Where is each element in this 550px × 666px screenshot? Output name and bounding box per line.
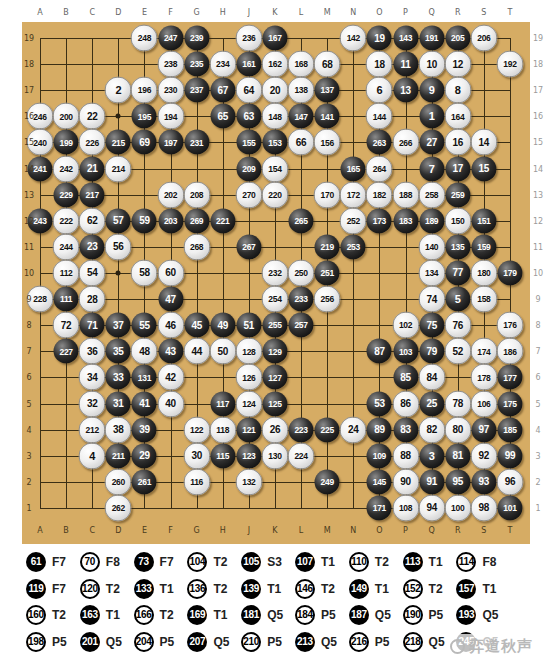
col-label-bottom-J: J — [248, 526, 250, 535]
caption-coord-107: T1 — [321, 555, 335, 569]
caption-stone-193: 193 — [456, 605, 476, 625]
caption-stone-104: 104 — [187, 552, 207, 572]
stone-J13: 270 — [235, 181, 262, 208]
caption-stone-157: 157 — [456, 579, 476, 599]
row-label-left-11: 11 — [24, 242, 34, 251]
caption-move-157: 157T1 — [456, 578, 496, 600]
stone-R16: 164 — [444, 103, 471, 130]
col-label-top-P: P — [403, 8, 408, 17]
stone-O3: 109 — [367, 443, 392, 468]
stone-C7: 36 — [79, 338, 106, 365]
stone-J8: 51 — [236, 313, 261, 338]
stone-R4: 80 — [444, 416, 471, 443]
stone-Q17: 9 — [419, 78, 444, 103]
row-label-right-12: 12 — [533, 216, 543, 225]
caption-coord-204: P5 — [160, 635, 175, 649]
stone-E3: 29 — [132, 443, 157, 468]
stone-M17: 137 — [315, 78, 340, 103]
caption-coord-105: S3 — [267, 555, 282, 569]
caption-move-210: 210P5 — [241, 631, 282, 653]
col-label-top-N: N — [350, 8, 356, 17]
stone-T6: 177 — [497, 365, 522, 390]
caption-move-61: 61F7 — [26, 551, 66, 573]
caption-coord-201: Q5 — [106, 635, 122, 649]
col-label-top-A: A — [37, 8, 42, 17]
stone-C4: 212 — [79, 416, 106, 443]
row-label-right-16: 16 — [533, 112, 543, 121]
stone-L18: 168 — [288, 51, 315, 78]
caption-move-110: 110T2 — [349, 551, 389, 573]
stone-D15: 215 — [106, 130, 131, 155]
stone-E8: 55 — [132, 313, 157, 338]
stone-R15: 16 — [444, 129, 471, 156]
caption-coord-110: T2 — [375, 555, 389, 569]
stone-P15: 266 — [392, 129, 419, 156]
caption-coord-207: Q5 — [213, 635, 229, 649]
caption-move-184: 184P5 — [295, 604, 336, 626]
stone-S14: 15 — [471, 156, 496, 181]
stone-T2: 96 — [496, 468, 523, 495]
caption-stone-160: 160 — [26, 605, 46, 625]
hoshi-point-D16 — [116, 114, 121, 119]
row-label-left-7: 7 — [26, 347, 31, 356]
stone-M15: 156 — [314, 129, 341, 156]
stone-C13: 217 — [80, 182, 105, 207]
caption-coord-181: Q5 — [267, 608, 283, 622]
stone-K8: 255 — [262, 313, 287, 338]
stone-B10: 112 — [53, 259, 80, 286]
stone-T7: 186 — [496, 338, 523, 365]
caption-move-204: 204P5 — [134, 631, 175, 653]
caption-coord-152: T2 — [429, 582, 443, 596]
caption-move-193: 193Q5 — [456, 604, 498, 626]
caption-stone-105: 105 — [241, 552, 261, 572]
row-label-right-18: 18 — [533, 60, 543, 69]
stone-J15: 155 — [236, 130, 261, 155]
stone-R7: 52 — [444, 338, 471, 365]
stone-P2: 90 — [392, 468, 419, 495]
stone-M11: 219 — [315, 234, 340, 259]
stone-R2: 95 — [445, 469, 470, 494]
col-label-bottom-D: D — [115, 526, 121, 535]
stone-H12: 221 — [210, 208, 235, 233]
row-label-right-8: 8 — [535, 321, 540, 330]
stone-P17: 13 — [393, 78, 418, 103]
caption-move-169: 169T1 — [187, 604, 227, 626]
stone-G12: 269 — [184, 208, 209, 233]
row-label-left-4: 4 — [26, 425, 31, 434]
stone-Q1: 94 — [418, 494, 445, 521]
caption-move-107: 107T1 — [295, 551, 335, 573]
stone-P18: 11 — [393, 52, 418, 77]
col-label-top-B: B — [63, 8, 69, 17]
col-label-top-G: G — [194, 8, 200, 17]
col-label-top-C: C — [89, 8, 95, 17]
caption-move-73: 73F7 — [134, 551, 174, 573]
stone-E17: 196 — [131, 77, 158, 104]
col-label-top-H: H — [220, 8, 226, 17]
stone-H16: 65 — [210, 104, 235, 129]
stone-R12: 150 — [444, 207, 471, 234]
caption-move-166: 166T2 — [134, 604, 174, 626]
stone-G4: 122 — [183, 416, 210, 443]
stone-E16: 195 — [132, 104, 157, 129]
stone-Q8: 75 — [419, 313, 444, 338]
stone-J11: 267 — [236, 234, 261, 259]
stone-N14: 165 — [341, 156, 366, 181]
stone-Q5: 25 — [419, 391, 444, 416]
caption-move-213: 213Q5 — [295, 631, 337, 653]
stone-D2: 260 — [105, 468, 132, 495]
stone-K18: 162 — [261, 51, 288, 78]
stone-H3: 115 — [210, 443, 235, 468]
caption-stone-218: 218 — [403, 632, 423, 652]
caption-stone-61: 61 — [26, 552, 46, 572]
stone-O2: 145 — [367, 469, 392, 494]
stone-Q14: 7 — [419, 156, 444, 181]
stone-C10: 54 — [79, 259, 106, 286]
caption-coord-210: P5 — [267, 635, 282, 649]
stone-R10: 77 — [445, 260, 470, 285]
stone-S3: 92 — [470, 442, 497, 469]
stone-L9: 233 — [289, 287, 314, 312]
caption-coord-113: T1 — [429, 555, 443, 569]
stone-R18: 12 — [444, 51, 471, 78]
stone-N4: 24 — [340, 416, 367, 443]
stone-E2: 261 — [132, 469, 157, 494]
col-label-top-S: S — [481, 8, 486, 17]
row-label-right-1: 1 — [535, 503, 540, 512]
caption-stone-184: 184 — [295, 605, 315, 625]
stone-B15: 199 — [54, 130, 79, 155]
stone-B11: 244 — [53, 233, 80, 260]
stone-J19: 236 — [235, 25, 262, 52]
stone-K9: 254 — [261, 286, 288, 313]
stone-D3: 211 — [106, 443, 131, 468]
stone-L10: 250 — [288, 259, 315, 286]
stone-C15: 226 — [79, 129, 106, 156]
stone-K17: 20 — [261, 77, 288, 104]
caption-coord-169: T1 — [213, 608, 227, 622]
stone-T3: 99 — [497, 443, 522, 468]
stone-B7: 227 — [54, 339, 79, 364]
stone-S9: 158 — [470, 286, 497, 313]
col-label-bottom-A: A — [37, 526, 42, 535]
stone-K14: 154 — [261, 155, 288, 182]
stone-B8: 72 — [53, 312, 80, 339]
stone-O19: 19 — [367, 26, 392, 51]
stone-S6: 178 — [470, 364, 497, 391]
stone-D12: 57 — [106, 208, 131, 233]
stone-G15: 231 — [184, 130, 209, 155]
caption-stone-152: 152 — [403, 579, 423, 599]
stone-R13: 259 — [445, 182, 470, 207]
stone-E15: 69 — [132, 130, 157, 155]
col-label-top-R: R — [455, 8, 461, 17]
row-label-right-3: 3 — [535, 451, 540, 460]
caption-move-218: 218Q5 — [403, 631, 445, 653]
stone-G3: 30 — [183, 442, 210, 469]
caption-move-136: 136T2 — [187, 578, 227, 600]
stone-K3: 130 — [261, 442, 288, 469]
caption-coord-213: Q5 — [321, 635, 337, 649]
stone-D4: 38 — [105, 416, 132, 443]
row-label-right-10: 10 — [533, 268, 543, 277]
stone-G2: 116 — [183, 468, 210, 495]
stone-H18: 234 — [209, 51, 236, 78]
stone-F9: 47 — [158, 287, 183, 312]
go-board: 2482472392361671421914319120520623823523… — [22, 22, 530, 544]
stone-R11: 135 — [445, 234, 470, 259]
stone-S19: 206 — [470, 25, 497, 52]
caption-stone-201: 201 — [80, 632, 100, 652]
col-label-bottom-M: M — [324, 526, 331, 535]
stone-Q4: 82 — [418, 416, 445, 443]
stone-S2: 93 — [471, 469, 496, 494]
stone-E6: 131 — [132, 365, 157, 390]
row-label-right-9: 9 — [535, 295, 540, 304]
stone-T1: 101 — [497, 495, 522, 520]
watermark: 弈道秋声 — [448, 634, 535, 658]
stone-Q12: 189 — [419, 208, 444, 233]
stone-B16: 200 — [53, 103, 80, 130]
row-label-left-15: 15 — [24, 138, 34, 147]
stone-R9: 5 — [445, 287, 470, 312]
caption-coord-114: F8 — [482, 555, 496, 569]
stone-E10: 58 — [131, 259, 158, 286]
stone-J17: 64 — [235, 77, 262, 104]
stone-F6: 42 — [157, 364, 184, 391]
caption-stone-110: 110 — [349, 552, 369, 572]
stone-O12: 173 — [367, 208, 392, 233]
stone-F7: 43 — [158, 339, 183, 364]
stone-K13: 220 — [261, 181, 288, 208]
stone-F15: 197 — [158, 130, 183, 155]
stone-B14: 242 — [53, 155, 80, 182]
col-label-bottom-H: H — [220, 526, 226, 535]
row-label-left-6: 6 — [26, 373, 31, 382]
stone-K4: 26 — [261, 416, 288, 443]
stone-S4: 97 — [471, 417, 496, 442]
row-label-right-14: 14 — [533, 164, 543, 173]
stone-P6: 85 — [393, 365, 418, 390]
stone-S12: 151 — [471, 208, 496, 233]
stone-L4: 223 — [289, 417, 314, 442]
stone-N13: 172 — [340, 181, 367, 208]
stone-F5: 40 — [157, 390, 184, 417]
caption-stone-107: 107 — [295, 552, 315, 572]
stone-P8: 102 — [392, 312, 419, 339]
stone-B12: 222 — [53, 207, 80, 234]
caption-move-152: 152T2 — [403, 578, 443, 600]
stone-Q18: 10 — [418, 51, 445, 78]
row-label-left-1: 1 — [26, 503, 31, 512]
stone-P4: 83 — [393, 417, 418, 442]
stone-C5: 32 — [79, 390, 106, 417]
stone-F17: 230 — [157, 77, 184, 104]
col-label-top-D: D — [115, 8, 121, 17]
caption-stone-216: 216 — [349, 632, 369, 652]
caption-move-146: 146T2 — [295, 578, 335, 600]
stone-D1: 262 — [105, 494, 132, 521]
row-label-left-14: 14 — [24, 164, 34, 173]
stone-Q19: 191 — [419, 26, 444, 51]
stone-S10: 180 — [470, 259, 497, 286]
stone-Q7: 79 — [419, 339, 444, 364]
stone-E12: 59 — [132, 208, 157, 233]
caption-coord-119: F7 — [52, 582, 66, 596]
stone-J5: 124 — [235, 390, 262, 417]
stone-K19: 167 — [262, 26, 287, 51]
stone-L16: 147 — [289, 104, 314, 129]
col-label-top-J: J — [248, 8, 250, 17]
stone-Q15: 27 — [419, 130, 444, 155]
row-label-left-2: 2 — [26, 477, 31, 486]
stone-T4: 185 — [497, 417, 522, 442]
stone-N12: 252 — [340, 207, 367, 234]
stone-O15: 263 — [367, 130, 392, 155]
stone-T18: 192 — [496, 51, 523, 78]
row-label-right-6: 6 — [535, 373, 540, 382]
col-label-bottom-Q: Q — [428, 526, 434, 535]
col-label-top-F: F — [168, 8, 173, 17]
caption-coord-198: P5 — [52, 635, 67, 649]
caption-stone-120: 120 — [80, 579, 100, 599]
stone-F13: 202 — [157, 181, 184, 208]
caption-coord-149: T1 — [375, 582, 389, 596]
col-label-bottom-N: N — [350, 526, 356, 535]
row-label-left-9: 9 — [26, 295, 31, 304]
stone-F10: 60 — [157, 259, 184, 286]
stone-Q3: 3 — [419, 443, 444, 468]
stone-P13: 188 — [392, 181, 419, 208]
col-label-bottom-L: L — [299, 526, 303, 535]
stone-L12: 265 — [289, 208, 314, 233]
col-label-top-L: L — [299, 8, 303, 17]
stone-M9: 256 — [314, 286, 341, 313]
stone-P12: 183 — [393, 208, 418, 233]
stone-L3: 224 — [288, 442, 315, 469]
caption-move-114: 114F8 — [456, 551, 496, 573]
stone-D7: 35 — [106, 339, 131, 364]
caption-move-187: 187Q5 — [349, 604, 391, 626]
caption-move-113: 113T1 — [403, 551, 443, 573]
stone-M18: 68 — [314, 51, 341, 78]
stone-D11: 56 — [105, 233, 132, 260]
stone-M16: 141 — [315, 104, 340, 129]
stone-E5: 41 — [132, 391, 157, 416]
stone-C16: 22 — [79, 103, 106, 130]
caption-move-120: 120T2 — [80, 578, 120, 600]
stone-L17: 138 — [288, 77, 315, 104]
row-label-right-2: 2 — [535, 477, 540, 486]
stone-O16: 144 — [366, 103, 393, 130]
col-label-top-Q: Q — [428, 8, 434, 17]
row-label-left-16: 16 — [24, 112, 34, 121]
stone-M13: 170 — [314, 181, 341, 208]
caption-stone-113: 113 — [403, 552, 423, 572]
stone-C8: 71 — [80, 313, 105, 338]
stone-D14: 214 — [105, 155, 132, 182]
stone-E4: 39 — [132, 417, 157, 442]
stone-R19: 205 — [445, 26, 470, 51]
stone-J18: 161 — [236, 52, 261, 77]
caption-move-105: 105S3 — [241, 551, 282, 573]
stone-F18: 238 — [157, 51, 184, 78]
caption-coord-163: T1 — [106, 608, 120, 622]
stone-K15: 153 — [262, 130, 287, 155]
caption-coord-146: T2 — [321, 582, 335, 596]
stone-R3: 81 — [445, 443, 470, 468]
caption-stone-133: 133 — [134, 579, 154, 599]
stone-P19: 143 — [393, 26, 418, 51]
stone-F8: 46 — [157, 312, 184, 339]
caption-coord-104: T2 — [213, 555, 227, 569]
row-label-left-12: 12 — [24, 216, 34, 225]
stone-O4: 89 — [367, 417, 392, 442]
stone-R17: 8 — [444, 77, 471, 104]
col-label-top-T: T — [508, 8, 513, 17]
caption-move-149: 149T1 — [349, 578, 389, 600]
caption-coord-184: P5 — [321, 608, 336, 622]
watermark-text: 弈道秋声 — [469, 637, 533, 656]
stone-G7: 44 — [183, 338, 210, 365]
caption-coord-157: T1 — [482, 582, 496, 596]
row-label-left-19: 19 — [24, 34, 34, 43]
stone-P3: 88 — [392, 442, 419, 469]
stone-E19: 248 — [131, 25, 158, 52]
stone-N19: 142 — [340, 25, 367, 52]
caption-stone-136: 136 — [187, 579, 207, 599]
caption-move-139: 139T1 — [241, 578, 281, 600]
row-label-left-5: 5 — [26, 399, 31, 408]
stone-G18: 235 — [184, 52, 209, 77]
stone-P7: 103 — [393, 339, 418, 364]
stone-D6: 33 — [106, 365, 131, 390]
stone-O13: 182 — [366, 181, 393, 208]
caption-coord-190: P5 — [429, 608, 444, 622]
stone-R14: 17 — [445, 156, 470, 181]
caption-coord-193: Q5 — [482, 608, 498, 622]
col-label-bottom-F: F — [168, 526, 173, 535]
caption-coord-133: T1 — [160, 582, 174, 596]
stone-J14: 209 — [236, 156, 261, 181]
stone-B9: 111 — [54, 287, 79, 312]
row-label-right-13: 13 — [533, 190, 543, 199]
row-label-right-5: 5 — [535, 399, 540, 408]
caption-move-190: 190P5 — [403, 604, 444, 626]
stone-B13: 229 — [54, 182, 79, 207]
row-label-left-13: 13 — [24, 190, 34, 199]
stone-O18: 18 — [366, 51, 393, 78]
col-label-bottom-S: S — [481, 526, 486, 535]
caption-stone-163: 163 — [80, 605, 100, 625]
stone-C6: 34 — [79, 364, 106, 391]
caption-stone-213: 213 — [295, 632, 315, 652]
stone-D8: 37 — [106, 313, 131, 338]
caption-move-133: 133T1 — [134, 578, 174, 600]
row-label-left-3: 3 — [26, 451, 31, 460]
caption-stone-198: 198 — [26, 632, 46, 652]
caption-move-198: 198P5 — [26, 631, 67, 653]
stone-L8: 257 — [289, 313, 314, 338]
col-label-bottom-K: K — [272, 526, 277, 535]
caption-coord-70: F8 — [106, 555, 120, 569]
stone-Q6: 84 — [418, 364, 445, 391]
caption-stone-166: 166 — [134, 605, 154, 625]
caption-coord-166: T2 — [160, 608, 174, 622]
caption-move-201: 201Q5 — [80, 631, 122, 653]
